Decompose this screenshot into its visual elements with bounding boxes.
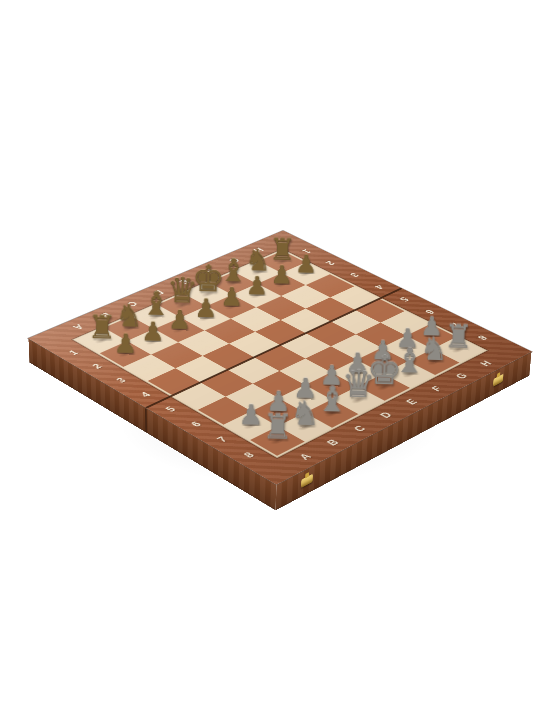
rook-glyph: ♜	[245, 409, 310, 445]
pawn-glyph: ♟	[95, 330, 156, 358]
brass-latch-right	[493, 374, 504, 387]
product-photo-stage: ABCDEFGH ABCDEFGH 12345678 12345678 ♜♞♝♛…	[0, 0, 540, 720]
brass-latch-left	[301, 473, 313, 487]
fold-seam-side	[145, 408, 147, 432]
square-h4	[355, 299, 404, 323]
